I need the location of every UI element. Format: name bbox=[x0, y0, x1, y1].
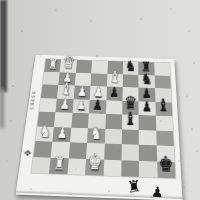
piece-black-pawn-g5[interactable]: ♟ bbox=[139, 100, 156, 115]
square-h1[interactable]: ♚ bbox=[157, 161, 176, 178]
square-h8[interactable] bbox=[154, 62, 170, 75]
square-e2[interactable] bbox=[104, 144, 122, 160]
square-f4[interactable]: ♝ bbox=[122, 114, 139, 129]
square-g5[interactable]: ♟ bbox=[139, 101, 156, 116]
square-a7[interactable] bbox=[43, 72, 60, 85]
square-e6[interactable]: ♟ bbox=[106, 86, 123, 100]
piece-black-bishop-f4[interactable]: ♝ bbox=[122, 109, 139, 128]
square-d3[interactable]: ♞ bbox=[87, 128, 105, 144]
square-h3[interactable] bbox=[156, 130, 174, 146]
square-g2[interactable] bbox=[139, 145, 157, 161]
square-f7[interactable] bbox=[123, 74, 139, 88]
square-e3[interactable] bbox=[104, 128, 122, 144]
square-c1[interactable] bbox=[67, 158, 86, 175]
square-a8[interactable]: ♜ bbox=[44, 59, 61, 72]
square-a2[interactable] bbox=[33, 141, 52, 157]
square-d1[interactable]: ♚ bbox=[85, 159, 104, 176]
square-c5[interactable]: ♟ bbox=[72, 99, 89, 113]
piece-black-bishop-h5[interactable]: ♝ bbox=[155, 97, 172, 115]
piece-black-knight-f8[interactable]: ♞ bbox=[123, 58, 139, 73]
piece-white-pawn-c5[interactable]: ♟ bbox=[72, 98, 89, 113]
square-b1[interactable]: ♜ bbox=[49, 157, 68, 174]
square-c3[interactable] bbox=[70, 127, 88, 143]
photo-edge-shadow bbox=[0, 0, 7, 92]
piece-white-knight-d3[interactable]: ♞ bbox=[87, 124, 105, 142]
square-a3[interactable]: ♞ bbox=[35, 126, 54, 142]
square-e5[interactable] bbox=[106, 100, 123, 115]
square-f8[interactable]: ♞ bbox=[123, 62, 139, 75]
piece-white-bishop-b6[interactable]: ♝ bbox=[57, 80, 75, 97]
piece-white-bishop-e7[interactable]: ♝ bbox=[107, 69, 123, 86]
chess-board: CHESS ❖ ♜♛♞♜♟♝♞♝♟♟♟♟♟♟♟♛♟♝♝♞♟♞♜♚♚ bbox=[16, 55, 183, 200]
square-g4[interactable] bbox=[139, 115, 156, 130]
piece-black-pawn-d5[interactable]: ♟ bbox=[89, 98, 106, 113]
piece-black-pawn-e6[interactable]: ♟ bbox=[106, 85, 123, 99]
photo-edge-shadow-lower bbox=[0, 88, 4, 128]
square-c4[interactable] bbox=[71, 113, 89, 128]
square-h5[interactable]: ♝ bbox=[155, 102, 172, 117]
square-g1[interactable] bbox=[139, 160, 157, 177]
square-b5[interactable]: ♟ bbox=[56, 98, 74, 112]
piece-white-king-d1[interactable]: ♚ bbox=[85, 152, 104, 174]
square-c2[interactable] bbox=[69, 142, 88, 158]
square-h4[interactable] bbox=[156, 116, 173, 131]
captured-black-rook[interactable]: ♜ bbox=[126, 178, 142, 195]
piece-white-pawn-b5[interactable]: ♟ bbox=[56, 97, 74, 112]
square-f2[interactable] bbox=[121, 144, 139, 160]
chess-board-photo: CHESS ❖ ♜♛♞♜♟♝♞♝♟♟♟♟♟♟♟♛♟♝♝♞♟♞♜♚♚ ♜ ♟ bbox=[0, 0, 200, 200]
square-a1[interactable] bbox=[31, 157, 51, 174]
square-c8[interactable] bbox=[76, 60, 92, 73]
square-h7[interactable] bbox=[154, 75, 170, 89]
square-f1[interactable] bbox=[121, 160, 139, 177]
square-e4[interactable] bbox=[105, 114, 122, 129]
square-f3[interactable] bbox=[122, 129, 139, 145]
square-d5[interactable]: ♟ bbox=[89, 99, 106, 114]
square-b3[interactable]: ♟ bbox=[53, 127, 71, 143]
board-grid: ♜♛♞♜♟♝♞♝♟♟♟♟♟♟♟♛♟♝♝♞♟♞♜♚♚ bbox=[31, 59, 175, 178]
piece-white-pawn-b3[interactable]: ♟ bbox=[53, 125, 71, 141]
board-emblem-icon: ❖ bbox=[23, 148, 33, 158]
square-g3[interactable] bbox=[139, 130, 156, 146]
square-e1[interactable] bbox=[103, 159, 121, 176]
piece-white-rook-b1[interactable]: ♜ bbox=[49, 155, 68, 173]
piece-white-queen-b8[interactable]: ♛ bbox=[60, 54, 77, 71]
square-a5[interactable] bbox=[39, 98, 57, 112]
piece-black-king-h1[interactable]: ♚ bbox=[157, 154, 176, 176]
square-d8[interactable] bbox=[91, 61, 107, 74]
captured-black-pawn[interactable]: ♟ bbox=[151, 185, 165, 200]
square-a6[interactable] bbox=[41, 84, 59, 98]
piece-black-knight-g7[interactable]: ♞ bbox=[139, 71, 155, 87]
piece-white-rook-a8[interactable]: ♜ bbox=[44, 57, 61, 71]
piece-white-knight-a3[interactable]: ♞ bbox=[36, 122, 55, 140]
